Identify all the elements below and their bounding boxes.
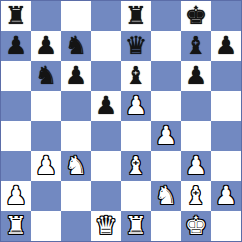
- square-c2[interactable]: [61, 181, 91, 211]
- square-d8[interactable]: [91, 1, 121, 31]
- square-h3[interactable]: [211, 151, 241, 181]
- square-c3[interactable]: ♞: [61, 151, 91, 181]
- square-d7[interactable]: [91, 31, 121, 61]
- piece-black-knight[interactable]: ♞: [31, 61, 61, 91]
- square-d2[interactable]: [91, 181, 121, 211]
- square-e1[interactable]: ♜: [121, 211, 151, 241]
- piece-black-pawn[interactable]: ♟: [181, 61, 211, 91]
- piece-white-pawn[interactable]: ♟: [121, 91, 151, 121]
- square-a5[interactable]: [1, 91, 31, 121]
- piece-white-knight[interactable]: ♞: [61, 151, 91, 181]
- square-e3[interactable]: ♝: [121, 151, 151, 181]
- square-b1[interactable]: [31, 211, 61, 241]
- square-h8[interactable]: [211, 1, 241, 31]
- square-a3[interactable]: [1, 151, 31, 181]
- square-e7[interactable]: ♛: [121, 31, 151, 61]
- chess-board: ♜♜♚♟♟♞♛♝♟♞♟♝♟♟♟♟♟♞♝♟♟♞♝♟♜♛♜♚: [1, 1, 241, 241]
- square-f8[interactable]: [151, 1, 181, 31]
- piece-black-knight[interactable]: ♞: [61, 31, 91, 61]
- square-c5[interactable]: [61, 91, 91, 121]
- piece-white-queen[interactable]: ♛: [91, 211, 121, 241]
- square-b2[interactable]: [31, 181, 61, 211]
- square-g8[interactable]: ♚: [181, 1, 211, 31]
- piece-black-rook[interactable]: ♜: [1, 1, 31, 31]
- piece-black-king[interactable]: ♚: [181, 1, 211, 31]
- piece-white-pawn[interactable]: ♟: [181, 151, 211, 181]
- piece-black-bishop[interactable]: ♝: [181, 31, 211, 61]
- square-d3[interactable]: [91, 151, 121, 181]
- piece-black-pawn[interactable]: ♟: [31, 31, 61, 61]
- piece-black-pawn[interactable]: ♟: [91, 91, 121, 121]
- square-b6[interactable]: ♞: [31, 61, 61, 91]
- square-g4[interactable]: [181, 121, 211, 151]
- piece-black-bishop[interactable]: ♝: [121, 61, 151, 91]
- square-c6[interactable]: ♟: [61, 61, 91, 91]
- square-b4[interactable]: [31, 121, 61, 151]
- piece-white-knight[interactable]: ♞: [151, 181, 181, 211]
- square-h6[interactable]: [211, 61, 241, 91]
- square-h5[interactable]: [211, 91, 241, 121]
- square-d5[interactable]: ♟: [91, 91, 121, 121]
- square-f3[interactable]: [151, 151, 181, 181]
- piece-white-bishop[interactable]: ♝: [181, 181, 211, 211]
- square-e8[interactable]: ♜: [121, 1, 151, 31]
- square-a1[interactable]: ♜: [1, 211, 31, 241]
- square-b7[interactable]: ♟: [31, 31, 61, 61]
- piece-white-bishop[interactable]: ♝: [121, 151, 151, 181]
- square-h2[interactable]: ♟: [211, 181, 241, 211]
- piece-black-pawn[interactable]: ♟: [1, 31, 31, 61]
- piece-white-pawn[interactable]: ♟: [151, 121, 181, 151]
- square-h4[interactable]: [211, 121, 241, 151]
- square-c8[interactable]: [61, 1, 91, 31]
- piece-white-rook[interactable]: ♜: [121, 211, 151, 241]
- square-f2[interactable]: ♞: [151, 181, 181, 211]
- chess-board-frame: ♜♜♚♟♟♞♛♝♟♞♟♝♟♟♟♟♟♞♝♟♟♞♝♟♜♛♜♚: [0, 0, 242, 242]
- square-b3[interactable]: ♟: [31, 151, 61, 181]
- square-b5[interactable]: [31, 91, 61, 121]
- square-b8[interactable]: [31, 1, 61, 31]
- piece-white-pawn[interactable]: ♟: [31, 151, 61, 181]
- square-f6[interactable]: [151, 61, 181, 91]
- piece-white-pawn[interactable]: ♟: [1, 181, 31, 211]
- square-c1[interactable]: [61, 211, 91, 241]
- piece-white-rook[interactable]: ♜: [1, 211, 31, 241]
- piece-black-queen[interactable]: ♛: [121, 31, 151, 61]
- square-a7[interactable]: ♟: [1, 31, 31, 61]
- piece-white-king[interactable]: ♚: [181, 211, 211, 241]
- square-h7[interactable]: ♟: [211, 31, 241, 61]
- square-e4[interactable]: [121, 121, 151, 151]
- square-g3[interactable]: ♟: [181, 151, 211, 181]
- square-g6[interactable]: ♟: [181, 61, 211, 91]
- piece-white-pawn[interactable]: ♟: [211, 181, 241, 211]
- square-a4[interactable]: [1, 121, 31, 151]
- piece-black-pawn[interactable]: ♟: [61, 61, 91, 91]
- piece-black-pawn[interactable]: ♟: [211, 31, 241, 61]
- square-g2[interactable]: ♝: [181, 181, 211, 211]
- square-g5[interactable]: [181, 91, 211, 121]
- square-d1[interactable]: ♛: [91, 211, 121, 241]
- piece-black-rook[interactable]: ♜: [121, 1, 151, 31]
- square-f7[interactable]: [151, 31, 181, 61]
- square-e6[interactable]: ♝: [121, 61, 151, 91]
- square-a6[interactable]: [1, 61, 31, 91]
- square-f5[interactable]: [151, 91, 181, 121]
- square-f1[interactable]: [151, 211, 181, 241]
- square-d6[interactable]: [91, 61, 121, 91]
- square-a8[interactable]: ♜: [1, 1, 31, 31]
- square-f4[interactable]: ♟: [151, 121, 181, 151]
- square-e5[interactable]: ♟: [121, 91, 151, 121]
- square-g1[interactable]: ♚: [181, 211, 211, 241]
- square-g7[interactable]: ♝: [181, 31, 211, 61]
- square-a2[interactable]: ♟: [1, 181, 31, 211]
- square-e2[interactable]: [121, 181, 151, 211]
- square-h1[interactable]: [211, 211, 241, 241]
- square-d4[interactable]: [91, 121, 121, 151]
- square-c4[interactable]: [61, 121, 91, 151]
- square-c7[interactable]: ♞: [61, 31, 91, 61]
